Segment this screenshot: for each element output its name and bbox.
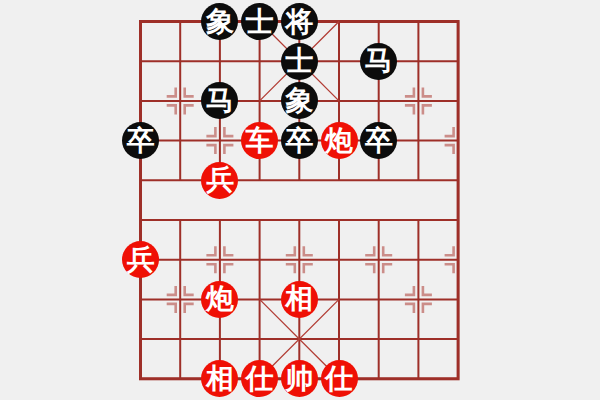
- piece-red-general[interactable]: 帅: [281, 360, 318, 397]
- piece-black-elephant[interactable]: 象: [201, 3, 238, 40]
- piece-black-advisor[interactable]: 士: [241, 3, 278, 40]
- piece-red-cannon[interactable]: 炮: [201, 281, 238, 318]
- piece-black-pawn[interactable]: 卒: [281, 122, 318, 159]
- piece-black-advisor[interactable]: 士: [281, 43, 318, 80]
- piece-black-horse[interactable]: 马: [360, 43, 397, 80]
- piece-red-pawn[interactable]: 兵: [122, 241, 159, 278]
- piece-red-advisor[interactable]: 仕: [321, 360, 358, 397]
- piece-black-pawn[interactable]: 卒: [122, 122, 159, 159]
- piece-black-horse[interactable]: 马: [201, 82, 238, 119]
- piece-red-advisor[interactable]: 仕: [241, 360, 278, 397]
- piece-red-elephant[interactable]: 相: [281, 281, 318, 318]
- xiangqi-board[interactable]: 象士将士马马象卒车卒炮卒兵兵炮相相仕帅仕: [0, 0, 600, 400]
- piece-red-pawn[interactable]: 兵: [201, 162, 238, 199]
- xiangqi-app: 象士将士马马象卒车卒炮卒兵兵炮相相仕帅仕: [0, 0, 600, 400]
- piece-red-chariot[interactable]: 车: [241, 122, 278, 159]
- piece-black-pawn[interactable]: 卒: [360, 122, 397, 159]
- piece-red-cannon[interactable]: 炮: [321, 122, 358, 159]
- piece-black-general[interactable]: 将: [281, 3, 318, 40]
- piece-red-elephant[interactable]: 相: [201, 360, 238, 397]
- piece-black-elephant[interactable]: 象: [281, 82, 318, 119]
